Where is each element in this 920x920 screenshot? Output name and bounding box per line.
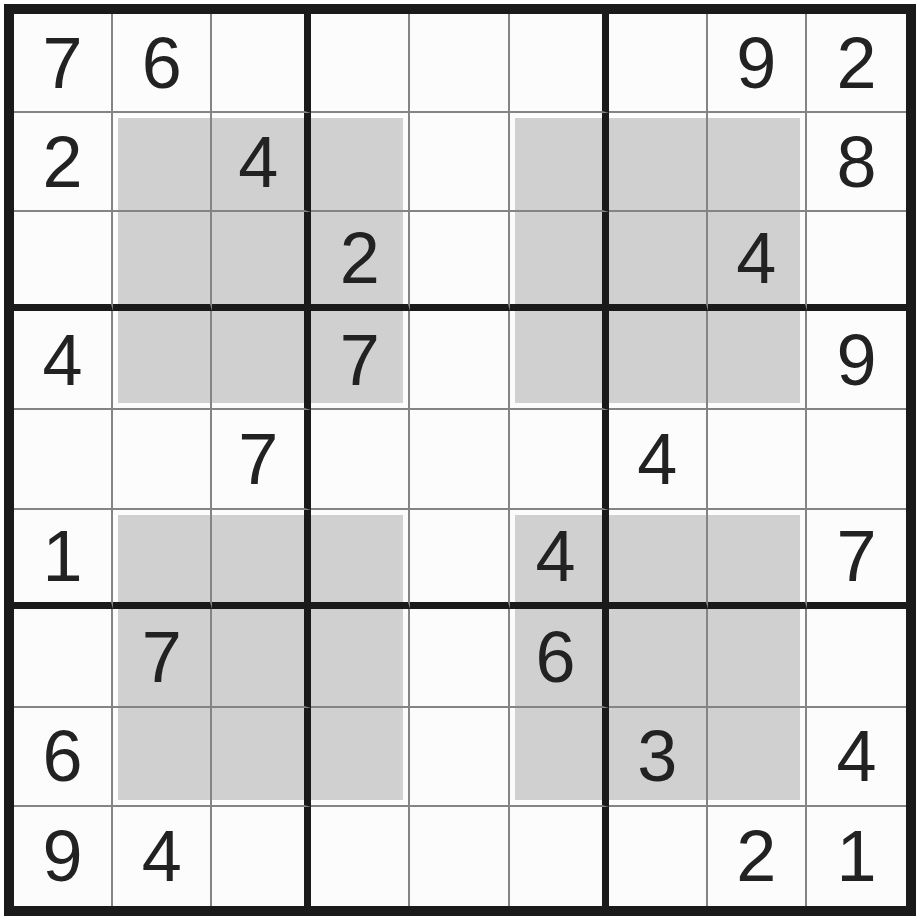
cell-r1c9[interactable]: 2 (807, 14, 906, 113)
cell-r5c6[interactable] (510, 410, 609, 509)
cell-r1c6[interactable] (510, 14, 609, 113)
cell-r9c7[interactable] (609, 807, 708, 906)
cell-r3c3[interactable] (212, 212, 311, 311)
cell-r4c4[interactable]: 7 (311, 311, 410, 410)
cell-r8c9[interactable]: 4 (807, 708, 906, 807)
cell-r8c7[interactable]: 3 (609, 708, 708, 807)
cell-r6c2[interactable] (113, 510, 212, 609)
cell-r5c4[interactable] (311, 410, 410, 509)
hyper-window-shade (311, 708, 403, 800)
hyper-window-shade (118, 118, 210, 210)
given-digit: 2 (43, 126, 83, 198)
hyper-window-shade (118, 311, 210, 403)
cell-r3c6[interactable] (510, 212, 609, 311)
hyper-window-shade (708, 708, 800, 800)
cell-r8c3[interactable] (212, 708, 311, 807)
cell-r9c5[interactable] (410, 807, 509, 906)
hyper-window-shade (515, 311, 602, 403)
cell-r9c6[interactable] (510, 807, 609, 906)
hyper-window-shade (609, 609, 706, 706)
cell-r2c8[interactable] (708, 113, 807, 212)
hyper-window-shade (311, 515, 403, 602)
hyper-window-shade (311, 609, 403, 706)
hyper-window-shade (212, 212, 304, 304)
hyper-window-shade (515, 212, 602, 304)
hyper-window-shade (708, 515, 800, 602)
given-digit: 7 (340, 324, 380, 396)
hyper-window-shade (708, 311, 800, 403)
cell-r6c7[interactable] (609, 510, 708, 609)
given-digit: 1 (43, 520, 83, 592)
sudoku-grid: 76922482447974147766349421 (14, 14, 906, 906)
hyper-window-shade (118, 212, 210, 304)
cell-r6c5[interactable] (410, 510, 509, 609)
cell-r8c1[interactable]: 6 (14, 708, 113, 807)
cell-r1c1[interactable]: 7 (14, 14, 113, 113)
hyper-window-shade (212, 609, 304, 706)
hyper-window-shade (212, 708, 304, 800)
cell-r4c7[interactable] (609, 311, 708, 410)
cell-r3c4[interactable]: 2 (311, 212, 410, 311)
cell-r2c1[interactable]: 2 (14, 113, 113, 212)
cell-r4c2[interactable] (113, 311, 212, 410)
cell-r1c2[interactable]: 6 (113, 14, 212, 113)
cell-r9c9[interactable]: 1 (807, 807, 906, 906)
cell-r5c3[interactable]: 7 (212, 410, 311, 509)
cell-r4c3[interactable] (212, 311, 311, 410)
cell-r7c8[interactable] (708, 609, 807, 708)
cell-r1c8[interactable]: 9 (708, 14, 807, 113)
cell-r9c2[interactable]: 4 (113, 807, 212, 906)
cell-r7c9[interactable] (807, 609, 906, 708)
cell-r1c4[interactable] (311, 14, 410, 113)
cell-r3c2[interactable] (113, 212, 212, 311)
hyper-window-shade (118, 708, 210, 800)
cell-r5c7[interactable]: 4 (609, 410, 708, 509)
cell-r2c5[interactable] (410, 113, 509, 212)
given-digit: 9 (736, 27, 776, 99)
given-digit: 7 (43, 27, 83, 99)
cell-r7c2[interactable]: 7 (113, 609, 212, 708)
given-digit: 9 (43, 820, 83, 892)
given-digit: 4 (637, 423, 677, 495)
given-digit: 1 (836, 820, 876, 892)
given-digit: 7 (238, 423, 278, 495)
cell-r6c1[interactable]: 1 (14, 510, 113, 609)
cell-r3c1[interactable] (14, 212, 113, 311)
cell-r2c9[interactable]: 8 (807, 113, 906, 212)
cell-r3c8[interactable]: 4 (708, 212, 807, 311)
cell-r4c6[interactable] (510, 311, 609, 410)
cell-r8c6[interactable] (510, 708, 609, 807)
cell-r7c6[interactable]: 6 (510, 609, 609, 708)
cell-r6c6[interactable]: 4 (510, 510, 609, 609)
cell-r9c3[interactable] (212, 807, 311, 906)
cell-r4c9[interactable]: 9 (807, 311, 906, 410)
cell-r2c4[interactable] (311, 113, 410, 212)
cell-r2c3[interactable]: 4 (212, 113, 311, 212)
given-digit: 8 (836, 126, 876, 198)
cell-r4c1[interactable]: 4 (14, 311, 113, 410)
cell-r8c5[interactable] (410, 708, 509, 807)
cell-r9c1[interactable]: 9 (14, 807, 113, 906)
given-digit: 9 (836, 324, 876, 396)
given-digit: 4 (536, 520, 576, 592)
cell-r2c7[interactable] (609, 113, 708, 212)
cell-r8c4[interactable] (311, 708, 410, 807)
hyper-window-shade (311, 118, 403, 210)
given-digit: 2 (340, 222, 380, 294)
given-digit: 4 (238, 126, 278, 198)
cell-r3c5[interactable] (410, 212, 509, 311)
hyper-window-shade (515, 708, 602, 800)
hyper-window-shade (515, 118, 602, 210)
hyper-window-shade (609, 311, 706, 403)
given-digit: 6 (142, 27, 182, 99)
given-digit: 2 (736, 820, 776, 892)
cell-r7c5[interactable] (410, 609, 509, 708)
hyper-window-shade (212, 515, 304, 602)
given-digit: 7 (836, 520, 876, 592)
cell-r1c7[interactable] (609, 14, 708, 113)
hyper-window-shade (609, 118, 706, 210)
cell-r5c8[interactable] (708, 410, 807, 509)
cell-r7c3[interactable] (212, 609, 311, 708)
hyper-window-shade (609, 515, 706, 602)
sudoku-board: 76922482447974147766349421 (4, 4, 916, 916)
hyper-window-shade (118, 515, 210, 602)
given-digit: 4 (43, 324, 83, 396)
hyper-window-shade (708, 118, 800, 210)
hyper-window-shade (212, 311, 304, 403)
cell-r5c9[interactable] (807, 410, 906, 509)
cell-r4c8[interactable] (708, 311, 807, 410)
cell-r7c4[interactable] (311, 609, 410, 708)
cell-r6c8[interactable] (708, 510, 807, 609)
cell-r2c6[interactable] (510, 113, 609, 212)
given-digit: 6 (43, 720, 83, 792)
cell-r6c9[interactable]: 7 (807, 510, 906, 609)
cell-r6c4[interactable] (311, 510, 410, 609)
given-digit: 3 (637, 720, 677, 792)
cell-r9c4[interactable] (311, 807, 410, 906)
cell-r3c7[interactable] (609, 212, 708, 311)
given-digit: 6 (536, 621, 576, 693)
cell-r3c9[interactable] (807, 212, 906, 311)
cell-r4c5[interactable] (410, 311, 509, 410)
hyper-window-shade (609, 212, 706, 304)
cell-r5c2[interactable] (113, 410, 212, 509)
cell-r1c5[interactable] (410, 14, 509, 113)
cell-r2c2[interactable] (113, 113, 212, 212)
hyper-window-shade (708, 609, 800, 706)
cell-r7c7[interactable] (609, 609, 708, 708)
cell-r8c8[interactable] (708, 708, 807, 807)
given-digit: 7 (142, 621, 182, 693)
cell-r9c8[interactable]: 2 (708, 807, 807, 906)
cell-r8c2[interactable] (113, 708, 212, 807)
cell-r5c1[interactable] (14, 410, 113, 509)
given-digit: 4 (736, 222, 776, 294)
cell-r1c3[interactable] (212, 14, 311, 113)
cell-r6c3[interactable] (212, 510, 311, 609)
given-digit: 4 (142, 820, 182, 892)
cell-r7c1[interactable] (14, 609, 113, 708)
cell-r5c5[interactable] (410, 410, 509, 509)
given-digit: 4 (836, 720, 876, 792)
given-digit: 2 (836, 27, 876, 99)
